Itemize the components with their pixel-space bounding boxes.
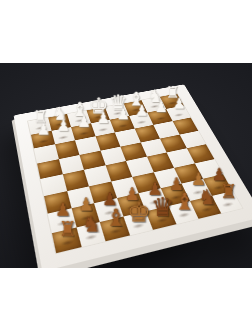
product-photo: ♜♞♝♚♛♝♞♜♟♟♟♟♟♟♟♟♟♟♟♟♟♟♟♟♜♞♝♚♛♝♞♜ — [0, 63, 252, 268]
white-margin-bottom — [0, 268, 252, 336]
piece-glyph: ♜ — [52, 214, 82, 244]
piece-glyph: ♟ — [31, 118, 56, 143]
white-margin-top — [0, 0, 252, 63]
board-slab: ♜♞♝♚♛♝♞♜♟♟♟♟♟♟♟♟♟♟♟♟♟♟♟♟♜♞♝♚♛♝♞♜ — [14, 84, 252, 268]
pieces-layer: ♜♞♝♚♛♝♞♜♟♟♟♟♟♟♟♟♟♟♟♟♟♟♟♟♜♞♝♚♛♝♞♜ — [28, 94, 242, 254]
perspective-wrapper: ♜♞♝♚♛♝♞♜♟♟♟♟♟♟♟♟♟♟♟♟♟♟♟♟♜♞♝♚♛♝♞♜ — [0, 63, 252, 268]
